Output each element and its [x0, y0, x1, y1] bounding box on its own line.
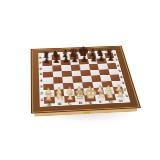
piece-cell: ♟ — [42, 60, 51, 66]
file-label: C — [65, 102, 76, 105]
pieces-layer: ♜♞♝♛♚♝♞♜♟♟♟♟♟♟♟♟♟♟♟♟♟♟♟♟♜♞♝♛♚♝♞♜ — [42, 53, 126, 104]
white-rook-piece: ♜ — [42, 93, 55, 103]
product-photo-chess-set: ABCDEFGH8877665544332211ABCDEFGH ♜♞♝♛♚♝♞… — [0, 0, 160, 160]
piece-cell: ♟ — [51, 60, 61, 66]
file-label: B — [54, 103, 65, 106]
board-front-edge — [34, 107, 137, 116]
file-label: G — [106, 100, 117, 103]
border-corner — [126, 100, 131, 103]
board-3d-scene: ABCDEFGH8877665544332211ABCDEFGH ♜♞♝♛♚♝♞… — [28, 4, 133, 157]
brass-hinge-icon — [83, 110, 90, 113]
file-label: A — [44, 103, 55, 106]
piece-cell: ♞ — [54, 96, 65, 103]
file-label: F — [95, 101, 106, 104]
piece-cell: ♜ — [44, 96, 55, 103]
chess-board: ABCDEFGH8877665544332211ABCDEFGH ♜♞♝♛♚♝♞… — [31, 46, 141, 114]
black-pawn-piece: ♟ — [41, 57, 53, 65]
file-label: E — [85, 101, 96, 104]
